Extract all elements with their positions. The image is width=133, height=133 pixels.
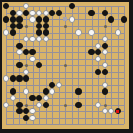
stone-black bbox=[16, 16, 22, 22]
stone-white bbox=[75, 29, 81, 35]
stone-black bbox=[10, 29, 16, 35]
grid-line-vertical bbox=[85, 6, 86, 124]
hoshi-point bbox=[104, 104, 107, 107]
stone-black bbox=[10, 23, 16, 29]
stone-black bbox=[10, 88, 16, 94]
stone-white bbox=[29, 115, 35, 121]
stone-black bbox=[102, 69, 108, 75]
grid-line-vertical bbox=[92, 6, 93, 124]
stone-white bbox=[3, 29, 9, 35]
stone-black bbox=[16, 108, 22, 114]
stone-white bbox=[95, 102, 101, 108]
stone-black bbox=[36, 16, 42, 22]
stone-white bbox=[29, 108, 35, 114]
stone-black bbox=[121, 16, 127, 22]
stone-white bbox=[102, 82, 108, 88]
stone-white bbox=[49, 88, 55, 94]
stone-black bbox=[10, 16, 16, 22]
grid-line-vertical bbox=[111, 6, 112, 124]
stone-black bbox=[75, 88, 81, 94]
stone-white bbox=[16, 10, 22, 16]
stone-black bbox=[102, 43, 108, 49]
stone-black bbox=[102, 10, 108, 16]
stone-white bbox=[43, 95, 49, 101]
stone-white bbox=[16, 49, 22, 55]
stone-white bbox=[36, 102, 42, 108]
stone-white bbox=[29, 10, 35, 16]
stone-white bbox=[43, 36, 49, 42]
stone-black bbox=[16, 23, 22, 29]
hoshi-point bbox=[104, 25, 107, 28]
stone-black bbox=[43, 102, 49, 108]
stone-black bbox=[16, 75, 22, 81]
stone-white bbox=[29, 56, 35, 62]
stone-white bbox=[115, 29, 121, 35]
grid-line-vertical bbox=[124, 6, 125, 124]
stone-black bbox=[23, 75, 29, 81]
stone-black bbox=[29, 95, 35, 101]
stone-black bbox=[75, 102, 81, 108]
stone-white bbox=[69, 16, 75, 22]
grid-line-horizontal bbox=[6, 98, 124, 99]
stone-black bbox=[88, 10, 94, 16]
stone-black bbox=[43, 16, 49, 22]
stone-white bbox=[29, 16, 35, 22]
stone-black bbox=[29, 49, 35, 55]
stone-black bbox=[10, 75, 16, 81]
stone-black bbox=[43, 88, 49, 94]
stone-white bbox=[23, 69, 29, 75]
stone-black bbox=[56, 10, 62, 16]
stone-black bbox=[88, 49, 94, 55]
board-marker-gray-square bbox=[63, 17, 67, 21]
stone-white bbox=[23, 88, 29, 94]
stone-white bbox=[102, 36, 108, 42]
last-move-marker bbox=[116, 110, 119, 113]
hoshi-point bbox=[25, 25, 28, 28]
stone-black bbox=[10, 10, 16, 16]
stone-black bbox=[43, 23, 49, 29]
go-board[interactable] bbox=[0, 0, 133, 133]
stone-black bbox=[36, 29, 42, 35]
stone-black bbox=[16, 62, 22, 68]
grid-line-vertical bbox=[118, 6, 119, 124]
stone-black bbox=[16, 102, 22, 108]
stone-black bbox=[102, 88, 108, 94]
stone-white bbox=[3, 75, 9, 81]
grid-line-horizontal bbox=[6, 124, 124, 125]
stone-white bbox=[95, 43, 101, 49]
stone-black bbox=[3, 16, 9, 22]
stone-white bbox=[88, 29, 94, 35]
stone-white bbox=[56, 82, 62, 88]
stone-black bbox=[23, 115, 29, 121]
stone-black bbox=[43, 29, 49, 35]
stone-white bbox=[29, 36, 35, 42]
stone-white bbox=[95, 56, 101, 62]
hoshi-point bbox=[25, 104, 28, 107]
stone-black bbox=[23, 10, 29, 16]
stone-white bbox=[102, 49, 108, 55]
stone-black bbox=[16, 43, 22, 49]
grid-line-vertical bbox=[72, 6, 73, 124]
stone-white bbox=[43, 10, 49, 16]
stone-black bbox=[108, 16, 114, 22]
